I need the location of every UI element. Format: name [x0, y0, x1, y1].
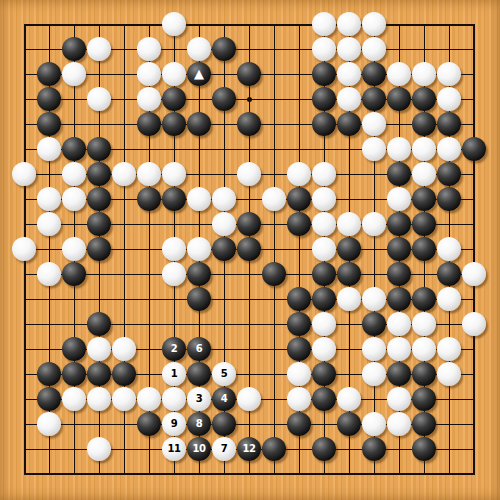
black-stone — [412, 237, 436, 261]
black-stone — [387, 262, 411, 286]
white-stone — [87, 337, 111, 361]
white-stone — [312, 162, 336, 186]
white-stone — [437, 237, 461, 261]
black-stone — [37, 87, 61, 111]
move-number: 6 — [196, 344, 202, 354]
move-number: 3 — [196, 394, 202, 404]
white-stone — [312, 312, 336, 336]
black-stone — [162, 87, 186, 111]
white-stone — [362, 37, 386, 61]
white-stone — [412, 62, 436, 86]
white-stone — [212, 212, 236, 236]
white-stone — [137, 387, 161, 411]
black-stone — [37, 387, 61, 411]
white-stone — [162, 262, 186, 286]
white-stone — [187, 187, 211, 211]
white-stone — [312, 237, 336, 261]
white-stone — [112, 162, 136, 186]
white-stone — [137, 62, 161, 86]
white-stone — [212, 187, 236, 211]
white-stone — [312, 37, 336, 61]
black-stone — [387, 287, 411, 311]
white-stone — [362, 212, 386, 236]
black-stone — [87, 187, 111, 211]
white-stone: 9 — [162, 412, 186, 436]
black-stone — [62, 262, 86, 286]
black-stone — [437, 162, 461, 186]
white-stone — [462, 312, 486, 336]
black-stone — [37, 62, 61, 86]
white-stone: 7 — [212, 437, 236, 461]
white-stone — [37, 187, 61, 211]
white-stone — [62, 187, 86, 211]
move-number: 4 — [221, 394, 227, 404]
white-stone — [62, 237, 86, 261]
white-stone — [87, 437, 111, 461]
black-stone — [362, 62, 386, 86]
black-stone — [237, 62, 261, 86]
white-stone — [37, 137, 61, 161]
white-stone — [362, 112, 386, 136]
black-stone — [162, 187, 186, 211]
black-stone — [312, 112, 336, 136]
white-stone — [162, 62, 186, 86]
black-stone — [337, 262, 361, 286]
black-stone: 10 — [187, 437, 211, 461]
white-stone — [112, 337, 136, 361]
black-stone — [387, 212, 411, 236]
white-stone — [37, 262, 61, 286]
black-stone: 2 — [162, 337, 186, 361]
white-stone: 5 — [212, 362, 236, 386]
black-stone — [62, 137, 86, 161]
grid-line-vertical — [274, 24, 275, 475]
white-stone — [362, 362, 386, 386]
black-stone — [312, 262, 336, 286]
black-stone — [437, 112, 461, 136]
black-stone — [362, 437, 386, 461]
black-stone — [312, 362, 336, 386]
white-stone — [337, 387, 361, 411]
black-stone — [187, 287, 211, 311]
black-stone — [387, 362, 411, 386]
black-stone — [337, 237, 361, 261]
goban[interactable]: ▲261534981110712 — [0, 0, 500, 500]
white-stone — [337, 212, 361, 236]
white-stone — [412, 137, 436, 161]
black-stone — [362, 312, 386, 336]
black-stone — [337, 112, 361, 136]
white-stone — [162, 162, 186, 186]
white-stone — [37, 412, 61, 436]
black-stone — [437, 262, 461, 286]
move-number: 7 — [221, 444, 227, 454]
white-stone — [137, 37, 161, 61]
black-stone — [412, 87, 436, 111]
black-stone — [212, 37, 236, 61]
black-stone — [262, 437, 286, 461]
black-stone — [437, 187, 461, 211]
black-stone — [187, 362, 211, 386]
white-stone — [337, 37, 361, 61]
white-stone — [412, 162, 436, 186]
black-stone — [287, 337, 311, 361]
white-stone — [337, 87, 361, 111]
black-stone — [387, 237, 411, 261]
black-stone — [312, 387, 336, 411]
white-stone — [362, 412, 386, 436]
black-stone — [137, 412, 161, 436]
white-stone — [12, 237, 36, 261]
white-stone — [387, 137, 411, 161]
black-stone — [112, 362, 136, 386]
white-stone — [412, 337, 436, 361]
black-stone — [287, 212, 311, 236]
white-stone — [387, 187, 411, 211]
move-number: 2 — [171, 344, 177, 354]
grid-line-vertical — [473, 24, 475, 475]
white-stone — [387, 412, 411, 436]
black-stone — [137, 187, 161, 211]
black-stone: 6 — [187, 337, 211, 361]
white-stone — [312, 337, 336, 361]
black-stone — [387, 162, 411, 186]
black-stone — [287, 187, 311, 211]
white-stone — [37, 212, 61, 236]
white-stone — [412, 312, 436, 336]
black-stone — [212, 87, 236, 111]
black-stone — [162, 112, 186, 136]
black-stone — [412, 212, 436, 236]
white-stone — [337, 12, 361, 36]
white-stone — [437, 287, 461, 311]
black-stone — [312, 287, 336, 311]
black-stone — [262, 262, 286, 286]
white-stone — [362, 12, 386, 36]
black-stone — [62, 37, 86, 61]
black-stone — [87, 162, 111, 186]
black-stone — [412, 362, 436, 386]
white-stone — [362, 287, 386, 311]
black-stone — [212, 412, 236, 436]
white-stone — [387, 312, 411, 336]
black-stone — [362, 87, 386, 111]
white-stone — [312, 12, 336, 36]
white-stone — [362, 337, 386, 361]
white-stone — [162, 237, 186, 261]
white-stone — [12, 162, 36, 186]
white-stone — [387, 62, 411, 86]
black-stone — [237, 112, 261, 136]
white-stone — [137, 162, 161, 186]
black-stone — [287, 412, 311, 436]
black-stone — [137, 112, 161, 136]
black-stone: 8 — [187, 412, 211, 436]
white-stone — [337, 287, 361, 311]
white-stone — [462, 262, 486, 286]
white-stone — [187, 237, 211, 261]
black-stone — [412, 412, 436, 436]
white-stone — [437, 362, 461, 386]
white-stone — [62, 62, 86, 86]
black-stone — [87, 237, 111, 261]
black-stone — [37, 112, 61, 136]
white-stone — [437, 337, 461, 361]
white-stone — [62, 162, 86, 186]
star-point — [247, 97, 252, 102]
move-number: 9 — [171, 419, 177, 429]
white-stone — [87, 87, 111, 111]
white-stone: 3 — [187, 387, 211, 411]
black-stone: ▲ — [187, 62, 211, 86]
black-stone — [62, 362, 86, 386]
white-stone — [137, 87, 161, 111]
move-number: 5 — [221, 369, 227, 379]
white-stone — [287, 362, 311, 386]
black-stone — [237, 212, 261, 236]
white-stone — [187, 37, 211, 61]
white-stone — [112, 387, 136, 411]
white-stone — [312, 187, 336, 211]
white-stone — [437, 62, 461, 86]
white-stone — [262, 187, 286, 211]
white-stone — [62, 387, 86, 411]
black-stone — [237, 237, 261, 261]
white-stone — [337, 62, 361, 86]
black-stone — [412, 112, 436, 136]
white-stone — [362, 137, 386, 161]
black-stone — [37, 362, 61, 386]
black-stone — [87, 362, 111, 386]
white-stone — [162, 387, 186, 411]
black-stone — [62, 337, 86, 361]
black-stone — [412, 387, 436, 411]
black-stone — [212, 237, 236, 261]
move-number: 10 — [193, 444, 206, 454]
white-stone — [387, 337, 411, 361]
move-number: 11 — [168, 444, 181, 454]
black-stone: 4 — [212, 387, 236, 411]
white-stone — [312, 212, 336, 236]
white-stone — [162, 12, 186, 36]
move-number: 12 — [243, 444, 256, 454]
white-stone: 1 — [162, 362, 186, 386]
move-number: 1 — [171, 369, 177, 379]
white-stone — [87, 37, 111, 61]
triangle-marker-icon: ▲ — [194, 67, 204, 80]
black-stone — [337, 412, 361, 436]
white-stone — [287, 387, 311, 411]
white-stone — [437, 137, 461, 161]
white-stone: 11 — [162, 437, 186, 461]
black-stone — [387, 87, 411, 111]
black-stone — [412, 437, 436, 461]
black-stone — [287, 312, 311, 336]
white-stone — [287, 162, 311, 186]
black-stone — [87, 212, 111, 236]
grid-line-horizontal — [24, 473, 475, 475]
black-stone — [187, 262, 211, 286]
black-stone — [187, 112, 211, 136]
white-stone — [437, 87, 461, 111]
white-stone — [237, 162, 261, 186]
white-stone — [87, 387, 111, 411]
black-stone — [287, 287, 311, 311]
black-stone — [312, 437, 336, 461]
black-stone — [312, 62, 336, 86]
black-stone — [412, 287, 436, 311]
white-stone — [387, 387, 411, 411]
black-stone — [462, 137, 486, 161]
black-stone — [412, 187, 436, 211]
black-stone — [87, 137, 111, 161]
move-number: 8 — [196, 419, 202, 429]
black-stone — [87, 312, 111, 336]
black-stone — [312, 87, 336, 111]
white-stone — [237, 387, 261, 411]
black-stone: 12 — [237, 437, 261, 461]
